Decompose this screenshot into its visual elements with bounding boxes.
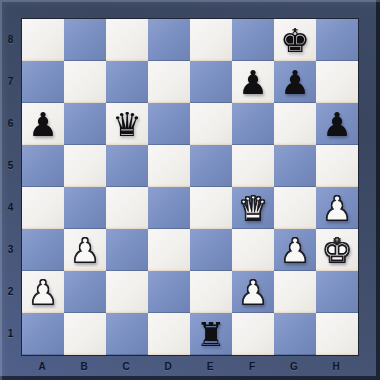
square-f2[interactable]: ♟: [232, 271, 274, 313]
file-label-b: B: [63, 355, 105, 377]
rank-label-4: 4: [0, 186, 21, 228]
square-d5[interactable]: [148, 145, 190, 187]
square-f8[interactable]: [232, 19, 274, 61]
square-f3[interactable]: [232, 229, 274, 271]
square-h7[interactable]: [316, 61, 358, 103]
square-d3[interactable]: [148, 229, 190, 271]
square-g4[interactable]: [274, 187, 316, 229]
square-d2[interactable]: [148, 271, 190, 313]
piece-black-rook[interactable]: ♜: [196, 318, 226, 351]
square-a1[interactable]: [22, 313, 64, 355]
square-h8[interactable]: [316, 19, 358, 61]
square-e1[interactable]: ♜: [190, 313, 232, 355]
square-b7[interactable]: [64, 61, 106, 103]
square-g6[interactable]: [274, 103, 316, 145]
piece-black-queen[interactable]: ♛: [112, 108, 142, 141]
square-c2[interactable]: [106, 271, 148, 313]
rank-label-2: 2: [0, 270, 21, 312]
square-e7[interactable]: [190, 61, 232, 103]
square-g1[interactable]: [274, 313, 316, 355]
piece-white-pawn[interactable]: ♟: [322, 192, 352, 225]
square-e5[interactable]: [190, 145, 232, 187]
square-c5[interactable]: [106, 145, 148, 187]
square-a7[interactable]: [22, 61, 64, 103]
square-g8[interactable]: ♚: [274, 19, 316, 61]
square-b2[interactable]: [64, 271, 106, 313]
square-d4[interactable]: [148, 187, 190, 229]
square-f4[interactable]: ♛: [232, 187, 274, 229]
square-e6[interactable]: [190, 103, 232, 145]
square-h1[interactable]: [316, 313, 358, 355]
rank-label-3: 3: [0, 228, 21, 270]
piece-black-pawn[interactable]: ♟: [322, 108, 352, 141]
square-h4[interactable]: ♟: [316, 187, 358, 229]
square-g2[interactable]: [274, 271, 316, 313]
piece-white-pawn[interactable]: ♟: [280, 234, 310, 267]
rank-label-5: 5: [0, 144, 21, 186]
square-b6[interactable]: [64, 103, 106, 145]
square-e3[interactable]: [190, 229, 232, 271]
chess-board: ♚♟♟♟♛♟♛♟♟♟♚♟♟♜: [22, 19, 358, 355]
square-b1[interactable]: [64, 313, 106, 355]
piece-white-pawn[interactable]: ♟: [28, 276, 58, 309]
rank-label-6: 6: [0, 102, 21, 144]
rank-label-7: 7: [0, 60, 21, 102]
piece-white-queen[interactable]: ♛: [238, 192, 268, 225]
square-a3[interactable]: [22, 229, 64, 271]
file-label-f: F: [231, 355, 273, 377]
rank-label-8: 8: [0, 18, 21, 60]
square-f6[interactable]: [232, 103, 274, 145]
square-c1[interactable]: [106, 313, 148, 355]
square-e8[interactable]: [190, 19, 232, 61]
piece-black-pawn[interactable]: ♟: [28, 108, 58, 141]
square-h5[interactable]: [316, 145, 358, 187]
file-label-d: D: [147, 355, 189, 377]
square-a2[interactable]: ♟: [22, 271, 64, 313]
square-h6[interactable]: ♟: [316, 103, 358, 145]
square-h3[interactable]: ♚: [316, 229, 358, 271]
piece-white-pawn[interactable]: ♟: [238, 276, 268, 309]
square-c7[interactable]: [106, 61, 148, 103]
square-a4[interactable]: [22, 187, 64, 229]
square-e4[interactable]: [190, 187, 232, 229]
piece-white-king[interactable]: ♚: [322, 234, 352, 267]
square-b5[interactable]: [64, 145, 106, 187]
square-b8[interactable]: [64, 19, 106, 61]
square-e2[interactable]: [190, 271, 232, 313]
square-b4[interactable]: [64, 187, 106, 229]
square-h2[interactable]: [316, 271, 358, 313]
chess-diagram: ♚♟♟♟♛♟♛♟♟♟♚♟♟♜ 87654321ABCDEFGH: [0, 0, 380, 380]
file-label-c: C: [105, 355, 147, 377]
square-c8[interactable]: [106, 19, 148, 61]
square-d7[interactable]: [148, 61, 190, 103]
square-b3[interactable]: ♟: [64, 229, 106, 271]
square-c3[interactable]: [106, 229, 148, 271]
square-d8[interactable]: [148, 19, 190, 61]
square-g5[interactable]: [274, 145, 316, 187]
file-label-h: H: [315, 355, 357, 377]
square-a5[interactable]: [22, 145, 64, 187]
square-f1[interactable]: [232, 313, 274, 355]
board-frame-inner-edge: ♚♟♟♟♛♟♛♟♟♟♚♟♟♜: [21, 18, 359, 356]
piece-black-king[interactable]: ♚: [280, 24, 310, 57]
square-c4[interactable]: [106, 187, 148, 229]
square-c6[interactable]: ♛: [106, 103, 148, 145]
piece-black-pawn[interactable]: ♟: [238, 66, 268, 99]
square-f5[interactable]: [232, 145, 274, 187]
square-f7[interactable]: ♟: [232, 61, 274, 103]
square-g3[interactable]: ♟: [274, 229, 316, 271]
file-label-a: A: [21, 355, 63, 377]
square-d1[interactable]: [148, 313, 190, 355]
square-d6[interactable]: [148, 103, 190, 145]
square-g7[interactable]: ♟: [274, 61, 316, 103]
file-label-g: G: [273, 355, 315, 377]
rank-label-1: 1: [0, 312, 21, 354]
square-a6[interactable]: ♟: [22, 103, 64, 145]
file-label-e: E: [189, 355, 231, 377]
piece-white-pawn[interactable]: ♟: [70, 234, 100, 267]
square-a8[interactable]: [22, 19, 64, 61]
piece-black-pawn[interactable]: ♟: [280, 66, 310, 99]
